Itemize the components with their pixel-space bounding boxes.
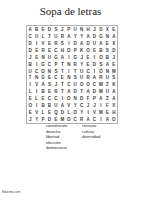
grid-cell: E [111,26,117,33]
grid-cell: X [111,102,117,109]
word-list-column-left: constituciónderecholibertadeleccióndemoc… [46,123,82,151]
grid-cell: K [111,81,117,88]
word-list: constituciónderecholibertadeleccióndemoc… [46,123,141,151]
grid-cell: M [111,68,117,75]
word-list-item: democracia [46,145,82,151]
grid-cell: E [111,61,117,68]
watermark: Educima.com [2,190,20,194]
grid-cell: O [111,116,117,123]
wordsearch-grid: ABEDSJPUNHJDXECULTURAYYADGNADIVERSIDADUA… [26,25,118,124]
grid-cell: A [111,33,117,40]
grid-cell: J [111,54,117,61]
word-list-column-right: censuraculturadiversidad [82,123,141,151]
page-title: Sopa de letras [0,5,141,17]
grid-cell: X [111,40,117,47]
grid-cell: D [111,47,117,54]
grid-cell: S [111,74,117,81]
word-list-item: diversidad [82,134,141,140]
grid-cell: A [111,88,117,95]
grid-cell: A [111,95,117,102]
grid-cell: H [111,109,117,116]
